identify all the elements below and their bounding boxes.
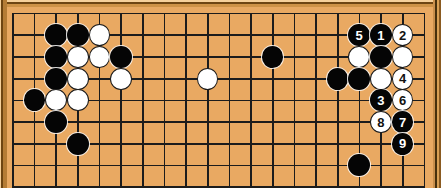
intersection[interactable] [153,24,175,46]
intersection[interactable] [348,133,370,155]
intersection[interactable] [327,90,349,112]
black-stone[interactable] [45,46,67,68]
intersection[interactable] [348,155,370,177]
black-stone[interactable] [24,89,46,111]
intersection[interactable] [45,68,67,90]
black-stone[interactable] [110,46,132,68]
intersection[interactable] [218,133,240,155]
intersection[interactable] [89,24,111,46]
black-stone[interactable]: 7 [392,111,414,133]
intersection[interactable] [153,68,175,90]
intersection[interactable] [197,155,219,177]
intersection[interactable] [262,155,284,177]
intersection[interactable] [132,176,154,188]
intersection[interactable] [413,111,435,133]
intersection[interactable] [413,133,435,155]
intersection[interactable] [197,68,219,90]
intersection[interactable] [89,133,111,155]
intersection[interactable] [327,68,349,90]
intersection[interactable] [24,155,46,177]
intersection[interactable]: 2 [392,24,414,46]
intersection[interactable] [67,155,89,177]
intersection[interactable] [370,155,392,177]
intersection[interactable] [67,133,89,155]
intersection[interactable] [327,24,349,46]
white-stone[interactable] [67,68,89,90]
intersection[interactable] [262,111,284,133]
intersection[interactable] [218,68,240,90]
white-stone[interactable]: 4 [392,68,414,90]
intersection[interactable] [89,111,111,133]
intersection[interactable] [132,133,154,155]
intersection[interactable] [283,133,305,155]
intersection[interactable] [197,133,219,155]
move-number-label: 9 [399,137,406,150]
intersection[interactable] [283,90,305,112]
intersection[interactable] [110,155,132,177]
intersection[interactable]: 1 [370,24,392,46]
intersection[interactable] [305,133,327,155]
intersection[interactable] [305,176,327,188]
intersection[interactable] [370,133,392,155]
intersection[interactable] [262,176,284,188]
intersection[interactable] [153,90,175,112]
intersection[interactable] [110,133,132,155]
intersection[interactable] [262,24,284,46]
intersection[interactable] [89,176,111,188]
move-number-label: 6 [399,94,406,107]
go-board[interactable]: 512436879 [0,0,441,188]
intersection[interactable] [327,155,349,177]
intersection[interactable] [370,176,392,188]
intersection[interactable] [262,68,284,90]
intersection[interactable] [153,111,175,133]
intersection[interactable] [89,68,111,90]
intersection[interactable] [89,90,111,112]
intersection[interactable] [262,90,284,112]
intersection[interactable] [283,111,305,133]
intersection[interactable] [218,155,240,177]
intersection[interactable] [197,111,219,133]
black-stone[interactable] [348,154,370,176]
intersection[interactable] [67,111,89,133]
intersection[interactable] [327,176,349,188]
move-number-label: 2 [399,29,406,42]
intersection[interactable] [240,111,262,133]
intersection[interactable] [327,133,349,155]
intersection[interactable] [240,24,262,46]
white-stone[interactable] [370,68,392,90]
move-number-label: 3 [377,94,384,107]
intersection[interactable] [413,46,435,68]
intersection[interactable] [348,90,370,112]
intersection[interactable] [197,90,219,112]
intersection[interactable] [392,176,414,188]
intersection[interactable] [24,133,46,155]
white-stone[interactable]: 2 [392,24,414,46]
intersection[interactable]: 3 [370,90,392,112]
intersection[interactable] [305,111,327,133]
intersection[interactable] [348,46,370,68]
black-stone[interactable]: 3 [370,89,392,111]
intersection[interactable] [392,155,414,177]
intersection[interactable] [327,111,349,133]
move-number-label: 1 [377,29,384,42]
intersection[interactable] [283,176,305,188]
intersection[interactable] [218,90,240,112]
intersection[interactable] [240,46,262,68]
black-stone[interactable] [67,133,89,155]
intersection[interactable] [262,46,284,68]
intersection[interactable] [240,68,262,90]
intersection[interactable] [67,24,89,46]
intersection[interactable] [110,111,132,133]
intersection[interactable]: 5 [348,24,370,46]
intersection[interactable] [175,46,197,68]
intersection[interactable] [45,155,67,177]
intersection[interactable] [240,155,262,177]
intersection[interactable] [218,24,240,46]
black-stone[interactable] [45,68,67,90]
intersection[interactable] [110,90,132,112]
white-stone[interactable] [348,46,370,68]
intersection[interactable] [348,68,370,90]
intersection[interactable] [218,176,240,188]
intersection[interactable] [218,46,240,68]
intersection[interactable]: 8 [370,111,392,133]
intersection[interactable] [197,46,219,68]
intersection[interactable] [175,90,197,112]
intersection[interactable] [24,46,46,68]
intersection[interactable] [153,46,175,68]
intersection[interactable] [153,155,175,177]
go-diagram: 512436879 [0,0,441,188]
intersection[interactable] [370,68,392,90]
intersection[interactable] [413,90,435,112]
white-stone[interactable] [67,46,89,68]
intersection[interactable] [175,24,197,46]
intersection[interactable] [45,133,67,155]
intersection[interactable] [348,111,370,133]
black-stone[interactable] [67,24,89,46]
intersection[interactable] [327,46,349,68]
move-number-label: 7 [399,116,406,129]
intersection[interactable] [197,24,219,46]
intersection[interactable] [24,111,46,133]
intersection[interactable] [413,24,435,46]
intersection[interactable] [197,176,219,188]
intersection[interactable] [110,68,132,90]
intersection[interactable] [24,90,46,112]
black-stone[interactable] [348,68,370,90]
board-frame-top [0,0,441,7]
intersection[interactable] [262,133,284,155]
intersection[interactable] [175,111,197,133]
intersection[interactable] [240,176,262,188]
intersection[interactable] [305,68,327,90]
move-number-label: 4 [399,72,406,85]
intersection[interactable] [175,176,197,188]
stones-grid: 512436879 [2,3,435,188]
intersection[interactable] [413,176,435,188]
intersection[interactable] [392,46,414,68]
intersection[interactable] [305,46,327,68]
intersection[interactable] [110,176,132,188]
intersection[interactable] [175,155,197,177]
intersection[interactable] [240,90,262,112]
intersection[interactable] [132,111,154,133]
white-stone[interactable]: 6 [392,89,414,111]
intersection[interactable] [153,176,175,188]
intersection[interactable] [283,68,305,90]
intersection[interactable] [24,176,46,188]
intersection[interactable] [175,133,197,155]
intersection[interactable] [89,155,111,177]
intersection[interactable] [305,155,327,177]
intersection[interactable] [45,46,67,68]
intersection[interactable] [67,68,89,90]
intersection[interactable] [305,90,327,112]
intersection[interactable] [132,24,154,46]
intersection[interactable] [132,68,154,90]
white-stone[interactable] [197,68,219,90]
intersection[interactable] [305,24,327,46]
intersection[interactable] [89,46,111,68]
black-stone[interactable] [45,111,67,133]
intersection[interactable] [413,155,435,177]
intersection[interactable] [370,46,392,68]
white-stone[interactable] [89,24,111,46]
white-stone[interactable] [392,46,414,68]
intersection[interactable] [45,176,67,188]
intersection[interactable] [110,46,132,68]
intersection[interactable] [45,90,67,112]
intersection[interactable] [218,111,240,133]
board-frame-left [0,0,7,188]
black-stone[interactable] [327,68,349,90]
black-stone[interactable] [262,46,284,68]
intersection[interactable] [348,176,370,188]
white-stone[interactable] [89,46,111,68]
board-frame-right [433,0,441,188]
black-stone[interactable]: 9 [392,133,414,155]
move-number-label: 5 [356,29,363,42]
intersection[interactable] [24,68,46,90]
intersection[interactable] [283,46,305,68]
intersection[interactable] [45,24,67,46]
intersection[interactable]: 7 [392,111,414,133]
intersection[interactable] [67,90,89,112]
intersection[interactable] [132,155,154,177]
intersection[interactable]: 6 [392,90,414,112]
intersection[interactable] [283,155,305,177]
intersection[interactable] [413,68,435,90]
white-stone[interactable] [45,89,67,111]
move-number-label: 8 [377,116,384,129]
white-stone[interactable]: 8 [370,111,392,133]
intersection[interactable] [283,24,305,46]
intersection[interactable] [240,133,262,155]
black-stone[interactable]: 5 [348,24,370,46]
intersection[interactable] [67,46,89,68]
intersection[interactable] [132,46,154,68]
intersection[interactable] [24,24,46,46]
intersection[interactable] [67,176,89,188]
intersection[interactable] [45,111,67,133]
black-stone[interactable]: 1 [370,24,392,46]
intersection[interactable] [110,24,132,46]
white-stone[interactable] [110,68,132,90]
intersection[interactable] [132,90,154,112]
intersection[interactable] [175,68,197,90]
intersection[interactable]: 4 [392,68,414,90]
intersection[interactable] [153,133,175,155]
white-stone[interactable] [67,89,89,111]
black-stone[interactable] [370,46,392,68]
black-stone[interactable] [45,24,67,46]
intersection[interactable]: 9 [392,133,414,155]
